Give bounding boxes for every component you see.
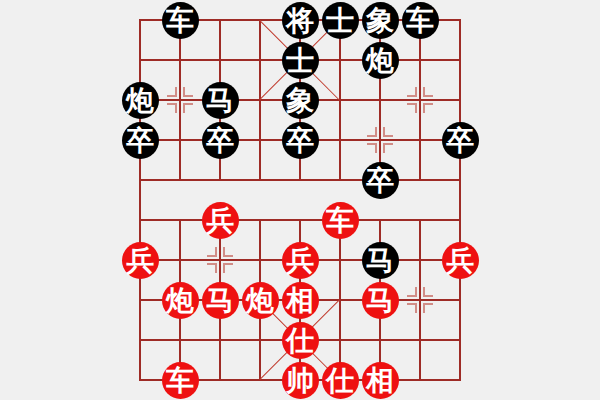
grid-line <box>419 19 421 181</box>
piece-red-advisor[interactable]: 仕 <box>282 322 319 359</box>
piece-red-chariot[interactable]: 车 <box>322 202 359 239</box>
move-marker-bracket <box>167 103 177 113</box>
piece-red-chariot[interactable]: 车 <box>162 362 199 399</box>
piece-black-advisor[interactable]: 士 <box>282 42 319 79</box>
move-marker-bracket <box>183 87 193 97</box>
piece-red-soldier[interactable]: 兵 <box>442 242 479 279</box>
move-marker-bracket <box>407 303 417 313</box>
move-marker-bracket <box>383 143 393 153</box>
move-marker-bracket <box>183 103 193 113</box>
move-marker-bracket <box>407 103 417 113</box>
piece-red-elephant[interactable]: 相 <box>282 282 319 319</box>
grid-line <box>419 219 421 381</box>
piece-black-general[interactable]: 将 <box>282 2 319 39</box>
piece-red-cannon[interactable]: 炮 <box>242 282 279 319</box>
piece-black-chariot[interactable]: 车 <box>402 2 439 39</box>
grid-line <box>139 19 141 381</box>
move-marker-bracket <box>383 127 393 137</box>
piece-black-soldier[interactable]: 卒 <box>122 122 159 159</box>
move-marker-bracket <box>423 103 433 113</box>
move-marker-bracket <box>423 287 433 297</box>
piece-black-horse[interactable]: 马 <box>202 82 239 119</box>
grid-line <box>179 19 181 181</box>
piece-red-general[interactable]: 帅 <box>282 362 319 399</box>
piece-black-chariot[interactable]: 车 <box>162 2 199 39</box>
move-marker-bracket <box>423 87 433 97</box>
move-marker-bracket <box>167 87 177 97</box>
piece-red-soldier[interactable]: 兵 <box>282 242 319 279</box>
piece-red-soldier[interactable]: 兵 <box>202 202 239 239</box>
piece-black-horse[interactable]: 马 <box>362 242 399 279</box>
move-marker-bracket <box>367 127 377 137</box>
piece-black-soldier[interactable]: 卒 <box>442 122 479 159</box>
xiangqi-board: 车将士象车士炮炮马象卒卒卒卒卒兵车兵兵马兵炮马炮相马仕车帅仕相 <box>0 0 600 400</box>
move-marker-bracket <box>223 263 233 273</box>
move-marker-bracket <box>223 247 233 257</box>
piece-black-elephant[interactable]: 象 <box>282 82 319 119</box>
grid-line <box>459 19 461 381</box>
piece-red-elephant[interactable]: 相 <box>362 362 399 399</box>
piece-black-advisor[interactable]: 士 <box>322 2 359 39</box>
move-marker-bracket <box>207 247 217 257</box>
piece-black-soldier[interactable]: 卒 <box>202 122 239 159</box>
piece-red-advisor[interactable]: 仕 <box>322 362 359 399</box>
piece-black-soldier[interactable]: 卒 <box>282 122 319 159</box>
move-marker-bracket <box>423 303 433 313</box>
move-marker-bracket <box>367 143 377 153</box>
move-marker-bracket <box>407 287 417 297</box>
move-marker-bracket <box>407 87 417 97</box>
piece-black-cannon[interactable]: 炮 <box>122 82 159 119</box>
piece-black-soldier[interactable]: 卒 <box>362 162 399 199</box>
piece-red-cannon[interactable]: 炮 <box>162 282 199 319</box>
move-marker-bracket <box>207 263 217 273</box>
piece-black-cannon[interactable]: 炮 <box>362 42 399 79</box>
piece-black-elephant[interactable]: 象 <box>362 2 399 39</box>
piece-red-soldier[interactable]: 兵 <box>122 242 159 279</box>
piece-red-horse[interactable]: 马 <box>362 282 399 319</box>
piece-red-horse[interactable]: 马 <box>202 282 239 319</box>
